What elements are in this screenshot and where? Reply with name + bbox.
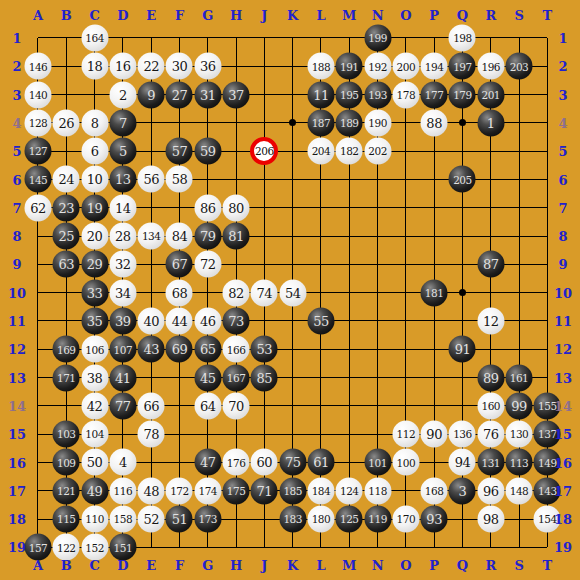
point-N18[interactable]: 119 xyxy=(363,505,391,533)
point-C1[interactable]: 164 xyxy=(80,24,108,52)
point-L12[interactable] xyxy=(307,335,335,363)
point-H8[interactable]: 81 xyxy=(222,222,250,250)
stone-F11[interactable]: 44 xyxy=(166,307,193,334)
point-P7[interactable] xyxy=(420,194,448,222)
stone-K18[interactable]: 183 xyxy=(279,506,306,533)
point-R3[interactable]: 201 xyxy=(477,80,505,108)
point-B6[interactable]: 24 xyxy=(52,165,80,193)
point-M3[interactable]: 195 xyxy=(335,80,363,108)
stone-O3[interactable]: 178 xyxy=(392,81,419,108)
point-G1[interactable] xyxy=(194,24,222,52)
point-G16[interactable]: 47 xyxy=(194,448,222,476)
point-N12[interactable] xyxy=(363,335,391,363)
point-J5[interactable]: 206 xyxy=(250,137,278,165)
point-A12[interactable] xyxy=(24,335,52,363)
point-R8[interactable] xyxy=(477,222,505,250)
stone-C16[interactable]: 50 xyxy=(81,449,108,476)
point-B8[interactable]: 25 xyxy=(52,222,80,250)
point-A5[interactable]: 127 xyxy=(24,137,52,165)
point-E13[interactable] xyxy=(137,363,165,391)
point-K17[interactable]: 185 xyxy=(279,477,307,505)
point-E4[interactable] xyxy=(137,109,165,137)
point-M14[interactable] xyxy=(335,392,363,420)
point-E8[interactable]: 134 xyxy=(137,222,165,250)
point-F9[interactable]: 67 xyxy=(165,250,193,278)
point-S18[interactable] xyxy=(505,505,533,533)
point-M18[interactable]: 125 xyxy=(335,505,363,533)
point-A13[interactable] xyxy=(24,363,52,391)
point-E2[interactable]: 22 xyxy=(137,52,165,80)
point-D18[interactable]: 158 xyxy=(109,505,137,533)
stone-N5[interactable]: 202 xyxy=(364,138,391,165)
point-F2[interactable]: 30 xyxy=(165,52,193,80)
point-F10[interactable]: 68 xyxy=(165,279,193,307)
point-R15[interactable]: 76 xyxy=(477,420,505,448)
stone-H10[interactable]: 82 xyxy=(223,279,250,306)
point-B1[interactable] xyxy=(52,24,80,52)
point-L14[interactable] xyxy=(307,392,335,420)
point-J18[interactable] xyxy=(250,505,278,533)
point-L9[interactable] xyxy=(307,250,335,278)
point-N5[interactable]: 202 xyxy=(363,137,391,165)
stone-P10[interactable]: 181 xyxy=(421,279,448,306)
point-C12[interactable]: 106 xyxy=(80,335,108,363)
point-O4[interactable] xyxy=(392,109,420,137)
point-K2[interactable] xyxy=(279,52,307,80)
point-E18[interactable]: 52 xyxy=(137,505,165,533)
point-Q11[interactable] xyxy=(448,307,476,335)
point-S15[interactable]: 130 xyxy=(505,420,533,448)
point-K10[interactable]: 54 xyxy=(279,279,307,307)
point-E1[interactable] xyxy=(137,24,165,52)
point-Q2[interactable]: 197 xyxy=(448,52,476,80)
stone-F18[interactable]: 51 xyxy=(166,506,193,533)
point-F4[interactable] xyxy=(165,109,193,137)
point-C11[interactable]: 35 xyxy=(80,307,108,335)
point-F6[interactable]: 58 xyxy=(165,165,193,193)
point-P12[interactable] xyxy=(420,335,448,363)
stone-L5[interactable]: 204 xyxy=(307,138,334,165)
stone-M4[interactable]: 189 xyxy=(336,109,363,136)
point-E9[interactable] xyxy=(137,250,165,278)
point-H15[interactable] xyxy=(222,420,250,448)
stone-B6[interactable]: 24 xyxy=(53,166,80,193)
point-G8[interactable]: 79 xyxy=(194,222,222,250)
point-D3[interactable]: 2 xyxy=(109,80,137,108)
stone-G18[interactable]: 173 xyxy=(194,506,221,533)
point-M13[interactable] xyxy=(335,363,363,391)
point-L18[interactable]: 180 xyxy=(307,505,335,533)
point-F8[interactable]: 84 xyxy=(165,222,193,250)
point-N16[interactable]: 101 xyxy=(363,448,391,476)
point-G10[interactable] xyxy=(194,279,222,307)
stone-C1[interactable]: 164 xyxy=(81,24,108,51)
point-D16[interactable]: 4 xyxy=(109,448,137,476)
stone-N17[interactable]: 118 xyxy=(364,477,391,504)
stone-M18[interactable]: 125 xyxy=(336,506,363,533)
stone-H3[interactable]: 37 xyxy=(223,81,250,108)
point-P17[interactable]: 168 xyxy=(420,477,448,505)
stone-G7[interactable]: 86 xyxy=(194,194,221,221)
point-O14[interactable] xyxy=(392,392,420,420)
point-A1[interactable] xyxy=(24,24,52,52)
point-J12[interactable]: 53 xyxy=(250,335,278,363)
point-F11[interactable]: 44 xyxy=(165,307,193,335)
point-A18[interactable] xyxy=(24,505,52,533)
point-O6[interactable] xyxy=(392,165,420,193)
point-A17[interactable] xyxy=(24,477,52,505)
stone-H13[interactable]: 167 xyxy=(223,364,250,391)
point-H12[interactable]: 166 xyxy=(222,335,250,363)
point-Q5[interactable] xyxy=(448,137,476,165)
point-G17[interactable]: 174 xyxy=(194,477,222,505)
point-M17[interactable]: 124 xyxy=(335,477,363,505)
stone-L18[interactable]: 180 xyxy=(307,506,334,533)
stone-Q2[interactable]: 197 xyxy=(449,53,476,80)
point-L4[interactable]: 187 xyxy=(307,109,335,137)
stone-G16[interactable]: 47 xyxy=(194,449,221,476)
point-A8[interactable] xyxy=(24,222,52,250)
point-H6[interactable] xyxy=(222,165,250,193)
point-Q7[interactable] xyxy=(448,194,476,222)
point-B4[interactable]: 26 xyxy=(52,109,80,137)
point-C14[interactable]: 42 xyxy=(80,392,108,420)
point-S4[interactable] xyxy=(505,109,533,137)
point-D8[interactable]: 28 xyxy=(109,222,137,250)
stone-B13[interactable]: 171 xyxy=(53,364,80,391)
point-N11[interactable] xyxy=(363,307,391,335)
point-E12[interactable]: 43 xyxy=(137,335,165,363)
stone-O15[interactable]: 112 xyxy=(392,421,419,448)
point-C5[interactable]: 6 xyxy=(80,137,108,165)
point-T5[interactable] xyxy=(533,137,561,165)
point-S7[interactable] xyxy=(505,194,533,222)
point-M4[interactable]: 189 xyxy=(335,109,363,137)
point-J17[interactable]: 71 xyxy=(250,477,278,505)
point-P3[interactable]: 177 xyxy=(420,80,448,108)
point-S12[interactable] xyxy=(505,335,533,363)
point-Q9[interactable] xyxy=(448,250,476,278)
point-B15[interactable]: 103 xyxy=(52,420,80,448)
point-P10[interactable]: 181 xyxy=(420,279,448,307)
point-L1[interactable] xyxy=(307,24,335,52)
point-N1[interactable]: 199 xyxy=(363,24,391,52)
stone-B15[interactable]: 103 xyxy=(53,421,80,448)
point-M9[interactable] xyxy=(335,250,363,278)
point-H16[interactable]: 176 xyxy=(222,448,250,476)
stone-D2[interactable]: 16 xyxy=(109,53,136,80)
point-S14[interactable]: 99 xyxy=(505,392,533,420)
point-J1[interactable] xyxy=(250,24,278,52)
point-D11[interactable]: 39 xyxy=(109,307,137,335)
stone-K17[interactable]: 185 xyxy=(279,477,306,504)
stone-D9[interactable]: 32 xyxy=(109,251,136,278)
point-K16[interactable]: 75 xyxy=(279,448,307,476)
point-L8[interactable] xyxy=(307,222,335,250)
point-T9[interactable] xyxy=(533,250,561,278)
point-Q14[interactable] xyxy=(448,392,476,420)
stone-E18[interactable]: 52 xyxy=(138,506,165,533)
point-D9[interactable]: 32 xyxy=(109,250,137,278)
point-D6[interactable]: 13 xyxy=(109,165,137,193)
stone-N1[interactable]: 199 xyxy=(364,24,391,51)
point-G15[interactable] xyxy=(194,420,222,448)
point-D14[interactable]: 77 xyxy=(109,392,137,420)
point-P8[interactable] xyxy=(420,222,448,250)
stone-L3[interactable]: 11 xyxy=(307,81,334,108)
point-H9[interactable] xyxy=(222,250,250,278)
stone-R15[interactable]: 76 xyxy=(477,421,504,448)
stone-F6[interactable]: 58 xyxy=(166,166,193,193)
point-M8[interactable] xyxy=(335,222,363,250)
point-S10[interactable] xyxy=(505,279,533,307)
point-F15[interactable] xyxy=(165,420,193,448)
point-H17[interactable]: 175 xyxy=(222,477,250,505)
stone-D5[interactable]: 5 xyxy=(109,138,136,165)
stone-B17[interactable]: 121 xyxy=(53,477,80,504)
point-Q4[interactable] xyxy=(448,109,476,137)
point-G3[interactable]: 31 xyxy=(194,80,222,108)
point-B12[interactable]: 169 xyxy=(52,335,80,363)
stone-L11[interactable]: 55 xyxy=(307,307,334,334)
point-N13[interactable] xyxy=(363,363,391,391)
stone-E12[interactable]: 43 xyxy=(138,336,165,363)
point-D17[interactable]: 116 xyxy=(109,477,137,505)
point-P15[interactable]: 90 xyxy=(420,420,448,448)
point-J10[interactable]: 74 xyxy=(250,279,278,307)
point-H11[interactable]: 73 xyxy=(222,307,250,335)
point-D7[interactable]: 14 xyxy=(109,194,137,222)
point-B17[interactable]: 121 xyxy=(52,477,80,505)
stone-L2[interactable]: 188 xyxy=(307,53,334,80)
stone-G2[interactable]: 36 xyxy=(194,53,221,80)
stone-R2[interactable]: 196 xyxy=(477,53,504,80)
stone-C8[interactable]: 20 xyxy=(81,223,108,250)
point-E15[interactable]: 78 xyxy=(137,420,165,448)
stone-G17[interactable]: 174 xyxy=(194,477,221,504)
point-J15[interactable] xyxy=(250,420,278,448)
point-P16[interactable] xyxy=(420,448,448,476)
stone-Q15[interactable]: 136 xyxy=(449,421,476,448)
point-R11[interactable]: 12 xyxy=(477,307,505,335)
point-C10[interactable]: 33 xyxy=(80,279,108,307)
stone-F3[interactable]: 27 xyxy=(166,81,193,108)
stone-L4[interactable]: 187 xyxy=(307,109,334,136)
point-J8[interactable] xyxy=(250,222,278,250)
stone-N16[interactable]: 101 xyxy=(364,449,391,476)
stone-C6[interactable]: 10 xyxy=(81,166,108,193)
point-S3[interactable] xyxy=(505,80,533,108)
point-E16[interactable] xyxy=(137,448,165,476)
stone-F9[interactable]: 67 xyxy=(166,251,193,278)
point-C2[interactable]: 18 xyxy=(80,52,108,80)
point-A6[interactable]: 145 xyxy=(24,165,52,193)
point-B16[interactable]: 109 xyxy=(52,448,80,476)
point-M2[interactable]: 191 xyxy=(335,52,363,80)
stone-D17[interactable]: 116 xyxy=(109,477,136,504)
point-D2[interactable]: 16 xyxy=(109,52,137,80)
point-Q13[interactable] xyxy=(448,363,476,391)
stone-R3[interactable]: 201 xyxy=(477,81,504,108)
point-A4[interactable]: 128 xyxy=(24,109,52,137)
point-C15[interactable]: 104 xyxy=(80,420,108,448)
stone-G14[interactable]: 64 xyxy=(194,392,221,419)
point-J3[interactable] xyxy=(250,80,278,108)
point-R4[interactable]: 1 xyxy=(477,109,505,137)
point-K14[interactable] xyxy=(279,392,307,420)
point-G18[interactable]: 173 xyxy=(194,505,222,533)
stone-A5[interactable]: 127 xyxy=(24,138,51,165)
stone-P2[interactable]: 194 xyxy=(421,53,448,80)
stone-B7[interactable]: 23 xyxy=(53,194,80,221)
point-C3[interactable] xyxy=(80,80,108,108)
stone-G8[interactable]: 79 xyxy=(194,223,221,250)
point-Q8[interactable] xyxy=(448,222,476,250)
point-H3[interactable]: 37 xyxy=(222,80,250,108)
stone-S15[interactable]: 130 xyxy=(506,421,533,448)
stone-G11[interactable]: 46 xyxy=(194,307,221,334)
stone-Q1[interactable]: 198 xyxy=(449,24,476,51)
point-J7[interactable] xyxy=(250,194,278,222)
point-H7[interactable]: 80 xyxy=(222,194,250,222)
point-F13[interactable] xyxy=(165,363,193,391)
point-G4[interactable] xyxy=(194,109,222,137)
point-G9[interactable]: 72 xyxy=(194,250,222,278)
point-P9[interactable] xyxy=(420,250,448,278)
stone-A4[interactable]: 128 xyxy=(24,109,51,136)
point-K18[interactable]: 183 xyxy=(279,505,307,533)
point-R10[interactable] xyxy=(477,279,505,307)
point-J4[interactable] xyxy=(250,109,278,137)
point-R5[interactable] xyxy=(477,137,505,165)
stone-A3[interactable]: 140 xyxy=(24,81,51,108)
stone-P4[interactable]: 88 xyxy=(421,109,448,136)
point-Q6[interactable]: 205 xyxy=(448,165,476,193)
point-A11[interactable] xyxy=(24,307,52,335)
point-F14[interactable] xyxy=(165,392,193,420)
stone-M5[interactable]: 182 xyxy=(336,138,363,165)
stone-D10[interactable]: 34 xyxy=(109,279,136,306)
stone-C9[interactable]: 29 xyxy=(81,251,108,278)
stone-B4[interactable]: 26 xyxy=(53,109,80,136)
point-L6[interactable] xyxy=(307,165,335,193)
point-G11[interactable]: 46 xyxy=(194,307,222,335)
point-F17[interactable]: 172 xyxy=(165,477,193,505)
point-A16[interactable] xyxy=(24,448,52,476)
stone-N3[interactable]: 193 xyxy=(364,81,391,108)
stone-S13[interactable]: 161 xyxy=(506,364,533,391)
stone-M2[interactable]: 191 xyxy=(336,53,363,80)
point-T3[interactable] xyxy=(533,80,561,108)
point-O16[interactable]: 100 xyxy=(392,448,420,476)
point-P6[interactable] xyxy=(420,165,448,193)
stone-Q6[interactable]: 205 xyxy=(449,166,476,193)
stone-Q17[interactable]: 3 xyxy=(449,477,476,504)
stone-A2[interactable]: 146 xyxy=(24,53,51,80)
point-H18[interactable] xyxy=(222,505,250,533)
stone-D18[interactable]: 158 xyxy=(109,506,136,533)
point-A2[interactable]: 146 xyxy=(24,52,52,80)
stone-N2[interactable]: 192 xyxy=(364,53,391,80)
point-N7[interactable] xyxy=(363,194,391,222)
stone-B9[interactable]: 63 xyxy=(53,251,80,278)
point-B9[interactable]: 63 xyxy=(52,250,80,278)
point-E17[interactable]: 48 xyxy=(137,477,165,505)
stone-F8[interactable]: 84 xyxy=(166,223,193,250)
point-M15[interactable] xyxy=(335,420,363,448)
point-D13[interactable]: 41 xyxy=(109,363,137,391)
point-D12[interactable]: 107 xyxy=(109,335,137,363)
stone-D12[interactable]: 107 xyxy=(109,336,136,363)
point-K15[interactable] xyxy=(279,420,307,448)
point-G14[interactable]: 64 xyxy=(194,392,222,420)
point-L15[interactable] xyxy=(307,420,335,448)
point-O8[interactable] xyxy=(392,222,420,250)
point-J11[interactable] xyxy=(250,307,278,335)
point-B18[interactable]: 115 xyxy=(52,505,80,533)
point-D10[interactable]: 34 xyxy=(109,279,137,307)
point-A3[interactable]: 140 xyxy=(24,80,52,108)
point-P18[interactable]: 93 xyxy=(420,505,448,533)
point-K9[interactable] xyxy=(279,250,307,278)
point-B7[interactable]: 23 xyxy=(52,194,80,222)
point-C13[interactable]: 38 xyxy=(80,363,108,391)
point-E3[interactable]: 9 xyxy=(137,80,165,108)
stone-E14[interactable]: 66 xyxy=(138,392,165,419)
point-C4[interactable]: 8 xyxy=(80,109,108,137)
stone-K16[interactable]: 75 xyxy=(279,449,306,476)
stone-F10[interactable]: 68 xyxy=(166,279,193,306)
point-P4[interactable]: 88 xyxy=(420,109,448,137)
stone-C5[interactable]: 6 xyxy=(81,138,108,165)
point-B13[interactable]: 171 xyxy=(52,363,80,391)
stone-S17[interactable]: 148 xyxy=(506,477,533,504)
point-F5[interactable]: 57 xyxy=(165,137,193,165)
point-M11[interactable] xyxy=(335,307,363,335)
point-O1[interactable] xyxy=(392,24,420,52)
point-K8[interactable] xyxy=(279,222,307,250)
stone-J17[interactable]: 71 xyxy=(251,477,278,504)
point-T7[interactable] xyxy=(533,194,561,222)
point-D1[interactable] xyxy=(109,24,137,52)
point-O9[interactable] xyxy=(392,250,420,278)
stone-S14[interactable]: 99 xyxy=(506,392,533,419)
stone-C17[interactable]: 49 xyxy=(81,477,108,504)
point-P2[interactable]: 194 xyxy=(420,52,448,80)
point-E11[interactable]: 40 xyxy=(137,307,165,335)
point-Q12[interactable]: 91 xyxy=(448,335,476,363)
point-S17[interactable]: 148 xyxy=(505,477,533,505)
stone-H7[interactable]: 80 xyxy=(223,194,250,221)
point-M12[interactable] xyxy=(335,335,363,363)
stone-R4[interactable]: 1 xyxy=(477,109,504,136)
stone-O2[interactable]: 200 xyxy=(392,53,419,80)
point-B10[interactable] xyxy=(52,279,80,307)
point-B2[interactable] xyxy=(52,52,80,80)
stone-F12[interactable]: 69 xyxy=(166,336,193,363)
stone-Q3[interactable]: 179 xyxy=(449,81,476,108)
stone-E6[interactable]: 56 xyxy=(138,166,165,193)
stone-G12[interactable]: 65 xyxy=(194,336,221,363)
point-T2[interactable] xyxy=(533,52,561,80)
stone-C4[interactable]: 8 xyxy=(81,109,108,136)
stone-C2[interactable]: 18 xyxy=(81,53,108,80)
point-G5[interactable]: 59 xyxy=(194,137,222,165)
point-S16[interactable]: 113 xyxy=(505,448,533,476)
point-C6[interactable]: 10 xyxy=(80,165,108,193)
stone-Q16[interactable]: 94 xyxy=(449,449,476,476)
point-B5[interactable] xyxy=(52,137,80,165)
